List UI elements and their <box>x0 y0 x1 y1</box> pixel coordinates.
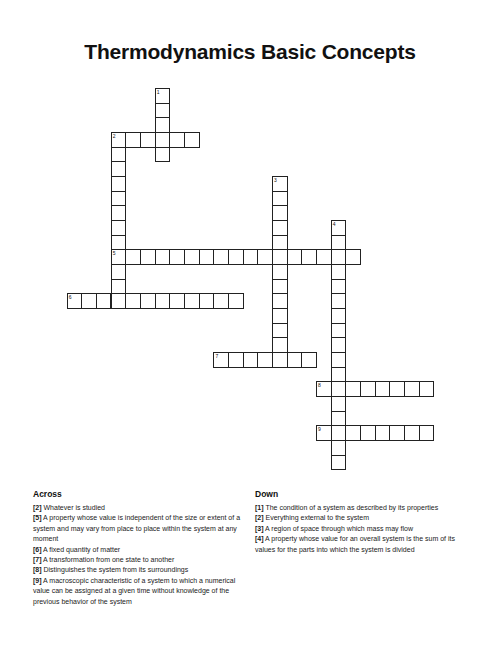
grid-cell[interactable] <box>272 352 288 368</box>
grid-cell[interactable] <box>389 425 405 441</box>
grid-cell[interactable] <box>81 293 97 309</box>
grid-cell[interactable] <box>272 293 288 309</box>
grid-cell[interactable] <box>111 264 127 280</box>
grid-cell[interactable] <box>272 220 288 236</box>
cell-number: 8 <box>318 383 321 388</box>
grid-cell[interactable] <box>111 205 127 221</box>
grid-cell[interactable] <box>155 249 171 265</box>
grid-cell[interactable] <box>257 352 273 368</box>
grid-cell[interactable] <box>111 147 127 163</box>
grid-cell[interactable] <box>140 132 156 148</box>
grid-cell[interactable] <box>272 191 288 207</box>
grid-cell[interactable] <box>287 352 303 368</box>
grid-cell[interactable] <box>345 381 361 397</box>
grid-cell[interactable] <box>272 264 288 280</box>
grid-cell[interactable] <box>125 293 141 309</box>
grid-cell[interactable] <box>155 103 171 119</box>
grid-cell[interactable] <box>375 381 391 397</box>
grid-cell[interactable] <box>111 161 127 177</box>
clue-number: [4] <box>255 535 264 542</box>
grid-cell[interactable] <box>331 411 347 427</box>
clue-item: [5] A property whose value is independen… <box>33 513 241 544</box>
grid-cell[interactable] <box>184 249 200 265</box>
grid-cell[interactable] <box>301 352 317 368</box>
grid-cell[interactable] <box>331 455 347 471</box>
grid-cell[interactable] <box>331 337 347 353</box>
clue-number: [3] <box>255 525 264 532</box>
grid-cell[interactable]: 3 <box>272 176 288 192</box>
grid-cell[interactable] <box>404 425 420 441</box>
grid-cell[interactable] <box>331 425 347 441</box>
grid-cell[interactable] <box>272 279 288 295</box>
grid-cell[interactable] <box>169 132 185 148</box>
grid-cell[interactable] <box>272 323 288 339</box>
grid-cell[interactable] <box>155 147 171 163</box>
grid-cell[interactable] <box>155 117 171 133</box>
grid-cell[interactable] <box>272 337 288 353</box>
grid-cell[interactable] <box>199 293 215 309</box>
grid-cell[interactable]: 8 <box>316 381 332 397</box>
grid-cell[interactable] <box>360 425 376 441</box>
grid-cell[interactable] <box>360 381 376 397</box>
clue-number: [7] <box>33 556 42 563</box>
clue-number: [2] <box>255 514 264 521</box>
grid-cell[interactable] <box>228 249 244 265</box>
clue-item: [4] A property whose value for an overal… <box>255 534 469 555</box>
grid-cell[interactable] <box>331 367 347 383</box>
grid-cell[interactable] <box>184 293 200 309</box>
down-clues-section: Down [1] The condition of a system as de… <box>255 489 469 555</box>
cell-number: 2 <box>113 134 116 139</box>
clues-down-list: [1] The condition of a system as describ… <box>255 503 469 555</box>
crossword-page: { "game": "crossword", "header": { "titl… <box>0 0 500 647</box>
clue-number: [5] <box>33 514 42 521</box>
grid-cell[interactable] <box>331 264 347 280</box>
grid-cell[interactable] <box>243 352 259 368</box>
grid-cell[interactable] <box>331 293 347 309</box>
grid-cell[interactable] <box>140 249 156 265</box>
grid-cell[interactable] <box>331 323 347 339</box>
grid-cell[interactable] <box>287 249 303 265</box>
grid-cell[interactable] <box>331 440 347 456</box>
grid-cell[interactable] <box>140 293 156 309</box>
grid-cell[interactable] <box>375 425 391 441</box>
grid-cell[interactable] <box>243 249 259 265</box>
grid-cell[interactable] <box>272 205 288 221</box>
grid-cell[interactable] <box>331 381 347 397</box>
grid-cell[interactable] <box>257 249 273 265</box>
grid-cell[interactable] <box>111 279 127 295</box>
clue-item: [3] A region of space through which mass… <box>255 524 469 534</box>
clue-number: [9] <box>33 577 42 584</box>
page-title: Thermodynamics Basic Concepts <box>0 40 500 64</box>
grid-cell[interactable] <box>111 220 127 236</box>
grid-cell[interactable] <box>272 249 288 265</box>
grid-cell[interactable] <box>331 308 347 324</box>
cell-number: 4 <box>333 222 336 227</box>
grid-cell[interactable] <box>111 235 127 251</box>
grid-cell[interactable] <box>331 396 347 412</box>
grid-cell[interactable]: 2 <box>111 132 127 148</box>
grid-cell[interactable] <box>272 235 288 251</box>
clue-number: [1] <box>255 504 264 511</box>
grid-cell[interactable] <box>419 381 435 397</box>
grid-cell[interactable] <box>155 132 171 148</box>
cell-number: 1 <box>157 90 160 95</box>
grid-cell[interactable] <box>111 191 127 207</box>
crossword-grid: 125346789 <box>67 88 434 470</box>
clue-item: [6] A fixed quantity of matter <box>33 545 241 555</box>
grid-cell[interactable] <box>316 249 332 265</box>
grid-cell[interactable] <box>345 249 361 265</box>
grid-cell[interactable] <box>331 235 347 251</box>
grid-cell[interactable] <box>331 352 347 368</box>
grid-cell[interactable] <box>345 425 361 441</box>
grid-cell[interactable]: 6 <box>67 293 83 309</box>
grid-cell[interactable] <box>155 293 171 309</box>
grid-cell[interactable] <box>125 249 141 265</box>
cell-number: 9 <box>318 427 321 432</box>
grid-cell[interactable] <box>331 279 347 295</box>
grid-cell[interactable] <box>389 381 405 397</box>
grid-cell[interactable] <box>111 176 127 192</box>
clue-item: [2] Everything external to the system <box>255 513 469 523</box>
grid-cell[interactable]: 4 <box>331 220 347 236</box>
clue-item: [9] A macroscopic characteristic of a sy… <box>33 576 241 607</box>
grid-cell[interactable] <box>301 249 317 265</box>
grid-cell[interactable] <box>169 249 185 265</box>
grid-cell[interactable] <box>125 132 141 148</box>
clue-item: [2] Whatever is studied <box>33 503 241 513</box>
across-header: Across <box>33 489 241 499</box>
clue-item: [8] Distinguishes the system from its su… <box>33 565 241 575</box>
clue-number: [8] <box>33 566 42 573</box>
grid-cell[interactable] <box>199 249 215 265</box>
grid-cell[interactable] <box>228 293 244 309</box>
clue-item: [1] The condition of a system as describ… <box>255 503 469 513</box>
grid-cell[interactable] <box>111 293 127 309</box>
grid-cell[interactable]: 9 <box>316 425 332 441</box>
clues-across-list: [2] Whatever is studied[5] A property wh… <box>33 503 241 607</box>
grid-cell[interactable] <box>404 381 420 397</box>
grid-cell[interactable] <box>96 293 112 309</box>
clue-number: [2] <box>33 504 42 511</box>
grid-cell[interactable]: 5 <box>111 249 127 265</box>
grid-cell[interactable] <box>419 425 435 441</box>
clue-number: [6] <box>33 546 42 553</box>
clue-item: [7] A transformation from one state to a… <box>33 555 241 565</box>
grid-cell[interactable] <box>213 293 229 309</box>
grid-cell[interactable] <box>272 308 288 324</box>
grid-cell[interactable] <box>331 249 347 265</box>
grid-cell[interactable] <box>169 293 185 309</box>
cell-number: 5 <box>113 251 116 256</box>
grid-cell[interactable]: 7 <box>213 352 229 368</box>
grid-cell[interactable]: 1 <box>155 88 171 104</box>
grid-cell[interactable] <box>228 352 244 368</box>
cell-number: 7 <box>215 354 218 359</box>
across-clues-section: Across [2] Whatever is studied[5] A prop… <box>33 489 241 607</box>
grid-cell[interactable] <box>184 132 200 148</box>
cell-number: 3 <box>274 178 277 183</box>
cell-number: 6 <box>69 295 72 300</box>
grid-cell[interactable] <box>213 249 229 265</box>
down-header: Down <box>255 489 469 499</box>
